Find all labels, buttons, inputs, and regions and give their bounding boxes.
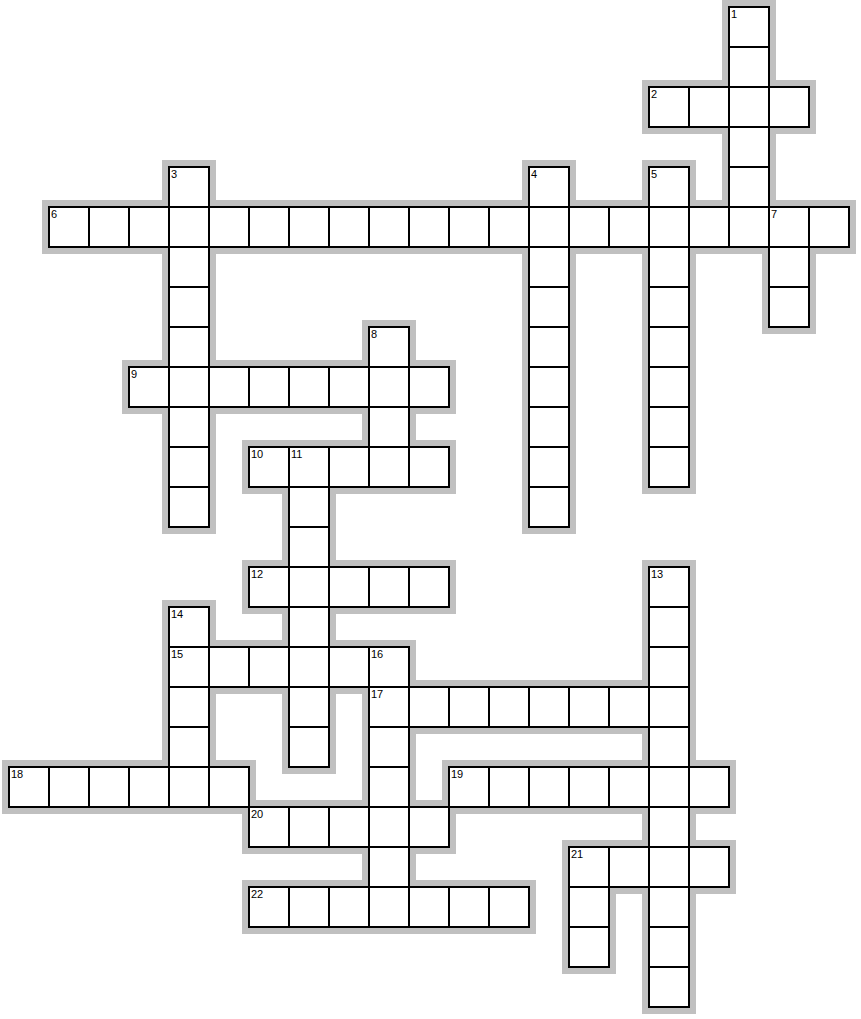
cell-r18c7[interactable] xyxy=(289,727,329,767)
cell-r20c6[interactable] xyxy=(249,807,289,847)
cell-r7c19[interactable] xyxy=(769,287,809,327)
cell-r14c7[interactable] xyxy=(289,567,329,607)
cell-r13c7[interactable] xyxy=(289,527,329,567)
cell-r10c9[interactable] xyxy=(369,407,409,447)
cell-r9c10[interactable] xyxy=(409,367,449,407)
cell-r7c16[interactable] xyxy=(649,287,689,327)
cell-r21c16[interactable] xyxy=(649,847,689,887)
cell-r16c4[interactable] xyxy=(169,647,209,687)
cell-r7c4[interactable] xyxy=(169,287,209,327)
cell-r14c9[interactable] xyxy=(369,567,409,607)
cell-r19c1[interactable] xyxy=(49,767,89,807)
cell-r4c13[interactable] xyxy=(529,167,569,207)
cell-r21c17[interactable] xyxy=(689,847,729,887)
cell-r4c18[interactable] xyxy=(729,167,769,207)
cell-r14c8[interactable] xyxy=(329,567,369,607)
cell-r17c16[interactable] xyxy=(649,687,689,727)
cell-r7c13[interactable] xyxy=(529,287,569,327)
cell-r14c16[interactable] xyxy=(649,567,689,607)
cell-r11c8[interactable] xyxy=(329,447,369,487)
cell-r5c14[interactable] xyxy=(569,207,609,247)
cell-r17c4[interactable] xyxy=(169,687,209,727)
cell-r12c7[interactable] xyxy=(289,487,329,527)
cell-r21c15[interactable] xyxy=(609,847,649,887)
cell-r10c4[interactable] xyxy=(169,407,209,447)
cell-r24c16[interactable] xyxy=(649,967,689,1007)
cell-r9c13[interactable] xyxy=(529,367,569,407)
cell-r2c18[interactable] xyxy=(729,87,769,127)
cell-r23c16[interactable] xyxy=(649,927,689,967)
cell-r18c4[interactable] xyxy=(169,727,209,767)
cell-r11c6[interactable] xyxy=(249,447,289,487)
cell-r19c2[interactable] xyxy=(89,767,129,807)
cell-r8c16[interactable] xyxy=(649,327,689,367)
cell-r21c14[interactable] xyxy=(569,847,609,887)
cell-r19c17[interactable] xyxy=(689,767,729,807)
cell-r19c4[interactable] xyxy=(169,767,209,807)
cell-r19c13[interactable] xyxy=(529,767,569,807)
cell-r19c15[interactable] xyxy=(609,767,649,807)
cell-r16c16[interactable] xyxy=(649,647,689,687)
cell-r17c15[interactable] xyxy=(609,687,649,727)
cell-r9c4[interactable] xyxy=(169,367,209,407)
cell-r5c13[interactable] xyxy=(529,207,569,247)
cell-r9c7[interactable] xyxy=(289,367,329,407)
cell-r5c15[interactable] xyxy=(609,207,649,247)
cell-r2c19[interactable] xyxy=(769,87,809,127)
cell-r17c10[interactable] xyxy=(409,687,449,727)
cell-r22c7[interactable] xyxy=(289,887,329,927)
cell-r19c16[interactable] xyxy=(649,767,689,807)
cell-r17c12[interactable] xyxy=(489,687,529,727)
cell-r5c3[interactable] xyxy=(129,207,169,247)
crossword-board: 26910121517181920212213457811131416 xyxy=(0,0,861,1019)
cell-r6c4[interactable] xyxy=(169,247,209,287)
cell-r3c18[interactable] xyxy=(729,127,769,167)
cell-r19c14[interactable] xyxy=(569,767,609,807)
cell-r20c7[interactable] xyxy=(289,807,329,847)
cell-r11c10[interactable] xyxy=(409,447,449,487)
cell-r22c6[interactable] xyxy=(249,887,289,927)
cell-r10c13[interactable] xyxy=(529,407,569,447)
cell-r17c9[interactable] xyxy=(369,687,409,727)
cell-r19c12[interactable] xyxy=(489,767,529,807)
cell-r22c11[interactable] xyxy=(449,887,489,927)
cell-r16c7[interactable] xyxy=(289,647,329,687)
cell-r8c9[interactable] xyxy=(369,327,409,367)
cell-r10c16[interactable] xyxy=(649,407,689,447)
cell-r5c18[interactable] xyxy=(729,207,769,247)
cell-r20c9[interactable] xyxy=(369,807,409,847)
cell-r5c6[interactable] xyxy=(249,207,289,247)
cell-r5c8[interactable] xyxy=(329,207,369,247)
cell-r20c16[interactable] xyxy=(649,807,689,847)
cell-r11c4[interactable] xyxy=(169,447,209,487)
cell-r16c6[interactable] xyxy=(249,647,289,687)
cell-r14c10[interactable] xyxy=(409,567,449,607)
cell-r5c1[interactable] xyxy=(49,207,89,247)
cell-r5c7[interactable] xyxy=(289,207,329,247)
cell-r12c4[interactable] xyxy=(169,487,209,527)
cell-r9c6[interactable] xyxy=(249,367,289,407)
cell-r5c5[interactable] xyxy=(209,207,249,247)
cell-r17c13[interactable] xyxy=(529,687,569,727)
cell-r23c14[interactable] xyxy=(569,927,609,967)
cell-r18c16[interactable] xyxy=(649,727,689,767)
cell-r11c9[interactable] xyxy=(369,447,409,487)
cell-r11c16[interactable] xyxy=(649,447,689,487)
cell-r16c8[interactable] xyxy=(329,647,369,687)
cell-r5c17[interactable] xyxy=(689,207,729,247)
cell-r19c0[interactable] xyxy=(9,767,49,807)
cell-r22c14[interactable] xyxy=(569,887,609,927)
cell-r15c7[interactable] xyxy=(289,607,329,647)
cell-r6c16[interactable] xyxy=(649,247,689,287)
cell-r15c4[interactable] xyxy=(169,607,209,647)
cell-r19c11[interactable] xyxy=(449,767,489,807)
cell-r5c9[interactable] xyxy=(369,207,409,247)
cell-r20c10[interactable] xyxy=(409,807,449,847)
cell-r19c5[interactable] xyxy=(209,767,249,807)
cell-r21c9[interactable] xyxy=(369,847,409,887)
cell-r2c16[interactable] xyxy=(649,87,689,127)
cell-r5c16[interactable] xyxy=(649,207,689,247)
cell-r9c8[interactable] xyxy=(329,367,369,407)
cell-r15c16[interactable] xyxy=(649,607,689,647)
cell-r9c3[interactable] xyxy=(129,367,169,407)
cell-r5c11[interactable] xyxy=(449,207,489,247)
cell-r17c7[interactable] xyxy=(289,687,329,727)
cell-r5c10[interactable] xyxy=(409,207,449,247)
cell-r12c13[interactable] xyxy=(529,487,569,527)
cell-r4c16[interactable] xyxy=(649,167,689,207)
cell-r22c8[interactable] xyxy=(329,887,369,927)
cell-r17c11[interactable] xyxy=(449,687,489,727)
cell-r11c7[interactable] xyxy=(289,447,329,487)
cell-r22c9[interactable] xyxy=(369,887,409,927)
cell-r22c16[interactable] xyxy=(649,887,689,927)
cell-r19c3[interactable] xyxy=(129,767,169,807)
cell-r22c12[interactable] xyxy=(489,887,529,927)
cell-r5c20[interactable] xyxy=(809,207,849,247)
cell-r22c10[interactable] xyxy=(409,887,449,927)
cell-r16c9[interactable] xyxy=(369,647,409,687)
cell-r5c12[interactable] xyxy=(489,207,529,247)
cell-r20c8[interactable] xyxy=(329,807,369,847)
cell-r8c4[interactable] xyxy=(169,327,209,367)
cell-r16c5[interactable] xyxy=(209,647,249,687)
cell-r8c13[interactable] xyxy=(529,327,569,367)
cell-r18c9[interactable] xyxy=(369,727,409,767)
cell-r6c19[interactable] xyxy=(769,247,809,287)
cell-r9c16[interactable] xyxy=(649,367,689,407)
cell-r5c2[interactable] xyxy=(89,207,129,247)
cell-r11c13[interactable] xyxy=(529,447,569,487)
cell-r9c9[interactable] xyxy=(369,367,409,407)
cell-r0c18[interactable] xyxy=(729,7,769,47)
cell-r17c14[interactable] xyxy=(569,687,609,727)
cell-r5c19[interactable] xyxy=(769,207,809,247)
cell-r6c13[interactable] xyxy=(529,247,569,287)
cell-r1c18[interactable] xyxy=(729,47,769,87)
cell-r2c17[interactable] xyxy=(689,87,729,127)
cell-r14c6[interactable] xyxy=(249,567,289,607)
cell-r9c5[interactable] xyxy=(209,367,249,407)
cell-r19c9[interactable] xyxy=(369,767,409,807)
cell-r4c4[interactable] xyxy=(169,167,209,207)
cell-r5c4[interactable] xyxy=(169,207,209,247)
